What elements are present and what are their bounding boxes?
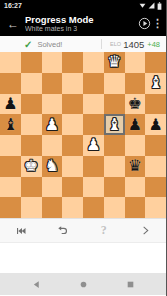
square-e6[interactable]: [83, 94, 104, 115]
piece-bP-h5: ♟: [148, 115, 162, 135]
square-a4[interactable]: [0, 135, 21, 156]
square-e1[interactable]: [83, 197, 104, 218]
square-g6[interactable]: ♚: [125, 94, 146, 115]
square-h7[interactable]: ♝: [145, 73, 166, 94]
square-c4[interactable]: [42, 135, 63, 156]
square-f4[interactable]: [104, 135, 125, 156]
piece-bP-a6: ♟: [3, 94, 17, 114]
square-b1[interactable]: [21, 197, 42, 218]
square-a6[interactable]: ♟: [0, 94, 21, 115]
square-c8[interactable]: [42, 52, 63, 73]
square-e5[interactable]: [83, 114, 104, 135]
square-d8[interactable]: [62, 52, 83, 73]
undo-icon: [56, 224, 69, 237]
square-b7[interactable]: [21, 73, 42, 94]
square-d5[interactable]: [62, 114, 83, 135]
piece-bP-g5: ♟: [128, 115, 142, 135]
square-g7[interactable]: [125, 73, 146, 94]
piece-wP-e4: ♟: [86, 135, 100, 155]
square-f2[interactable]: [104, 177, 125, 198]
square-c1[interactable]: [42, 197, 63, 218]
piece-wK-b3: ♚: [24, 156, 38, 176]
nav-back-button[interactable]: [28, 276, 44, 292]
square-f5[interactable]: ♝: [104, 114, 125, 135]
square-d6[interactable]: [62, 94, 83, 115]
nav-home-button[interactable]: [75, 276, 91, 292]
square-b2[interactable]: [21, 177, 42, 198]
rating-label: ELO: [110, 41, 121, 47]
square-c2[interactable]: [42, 177, 63, 198]
piece-bK-g6: ♚: [128, 94, 142, 114]
next-button[interactable]: [125, 219, 167, 242]
piece-wB-h7: ♝: [148, 73, 162, 93]
square-f3[interactable]: [104, 156, 125, 177]
square-g8[interactable]: [125, 52, 146, 73]
square-d7[interactable]: [62, 73, 83, 94]
square-e3[interactable]: [83, 156, 104, 177]
square-e8[interactable]: [83, 52, 104, 73]
status-bar: 16:27: [0, 0, 166, 11]
nav-recents-button[interactable]: [122, 276, 138, 292]
solved-label: Solved!: [37, 40, 62, 49]
square-b6[interactable]: [21, 94, 42, 115]
nav-home-icon: [79, 280, 88, 289]
page-title: Progress Mode: [25, 15, 136, 25]
square-h8[interactable]: [145, 52, 166, 73]
screen: 16:27 ← Progress Mode White mates in 3 ⋮…: [0, 0, 166, 296]
square-e2[interactable]: [83, 177, 104, 198]
rating-value: 1405: [123, 39, 144, 50]
square-c7[interactable]: [42, 73, 63, 94]
piece-wQ-f8: ♛: [107, 52, 121, 72]
square-h1[interactable]: [145, 197, 166, 218]
undo-button[interactable]: [42, 219, 84, 242]
square-h3[interactable]: [145, 156, 166, 177]
square-a8[interactable]: [0, 52, 21, 73]
square-h5[interactable]: ♟: [145, 114, 166, 135]
square-f1[interactable]: [104, 197, 125, 218]
piece-wP-c5: ♟: [45, 115, 59, 135]
square-c3[interactable]: ♞: [42, 156, 63, 177]
page-subtitle: White mates in 3: [25, 25, 136, 32]
app-bar-titles: Progress Mode White mates in 3: [25, 15, 136, 32]
result-bar: ✓ Solved! ELO 1405 +48: [0, 36, 166, 52]
square-h6[interactable]: [145, 94, 166, 115]
nav-back-icon: [32, 280, 41, 289]
square-g5[interactable]: ♟: [125, 114, 146, 135]
square-a7[interactable]: [0, 73, 21, 94]
back-arrow-icon[interactable]: ←: [4, 17, 22, 31]
battery-icon: [157, 2, 162, 10]
square-d1[interactable]: [62, 197, 83, 218]
square-b4[interactable]: [21, 135, 42, 156]
square-f7[interactable]: [104, 73, 125, 94]
puzzle-toolbar: ?: [0, 218, 166, 243]
rating-delta: +48: [147, 40, 160, 49]
piece-wN-c3: ♞: [45, 156, 59, 176]
hint-button[interactable]: ?: [83, 219, 125, 242]
square-e4[interactable]: ♟: [83, 135, 104, 156]
piece-bQ-g3: ♛: [128, 156, 142, 176]
square-f6[interactable]: [104, 94, 125, 115]
square-d4[interactable]: [62, 135, 83, 156]
square-g4[interactable]: [125, 135, 146, 156]
signal-icon: [148, 2, 155, 9]
square-b8[interactable]: [21, 52, 42, 73]
android-nav-bar: [0, 273, 166, 295]
play-circle-button[interactable]: [136, 16, 152, 32]
skip-to-start-icon: [15, 225, 27, 237]
square-d3[interactable]: [62, 156, 83, 177]
piece-bB-a5: ♝: [3, 115, 17, 135]
divider: [101, 39, 102, 49]
wifi-icon: [139, 2, 146, 9]
square-a5[interactable]: ♝: [0, 114, 21, 135]
square-g3[interactable]: ♛: [125, 156, 146, 177]
square-h2[interactable]: [145, 177, 166, 198]
square-g1[interactable]: [125, 197, 146, 218]
empty-area: [0, 243, 166, 273]
nav-recents-icon: [126, 280, 135, 289]
square-h4[interactable]: [145, 135, 166, 156]
hint-question-icon: ?: [101, 223, 107, 238]
square-e7[interactable]: [83, 73, 104, 94]
square-a2[interactable]: [0, 177, 21, 198]
piece-wB-f5: ♝: [107, 115, 121, 135]
play-circle-icon: [138, 17, 151, 30]
square-a3[interactable]: [0, 156, 21, 177]
square-c6[interactable]: [42, 94, 63, 115]
status-icons: [139, 2, 162, 10]
square-a1[interactable]: [0, 197, 21, 218]
overflow-menu-button[interactable]: ⋮: [152, 17, 162, 30]
square-c5[interactable]: ♟: [42, 114, 63, 135]
status-time: 16:27: [4, 0, 22, 11]
app-bar: ← Progress Mode White mates in 3 ⋮: [0, 11, 166, 36]
square-g2[interactable]: [125, 177, 146, 198]
solved-check-icon: ✓: [24, 39, 32, 50]
square-d2[interactable]: [62, 177, 83, 198]
square-b5[interactable]: [21, 114, 42, 135]
chess-board: ♛♝♟♚♝♟♝♟♟♟♚♞♛: [0, 52, 166, 218]
square-f8[interactable]: ♛: [104, 52, 125, 73]
chevron-right-icon: [140, 225, 151, 236]
square-b3[interactable]: ♚: [21, 156, 42, 177]
skip-to-start-button[interactable]: [0, 219, 42, 242]
